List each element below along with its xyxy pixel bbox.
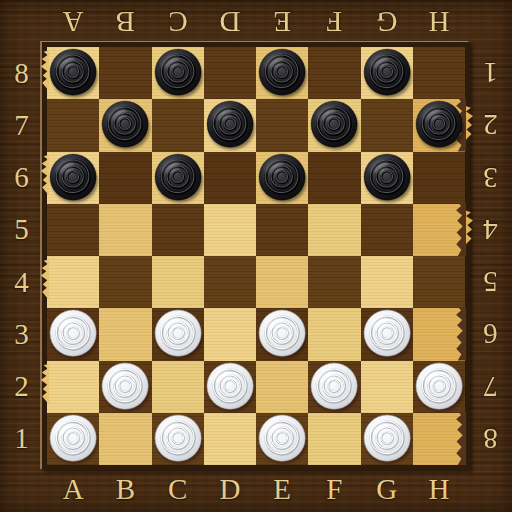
square-b3[interactable]	[99, 308, 151, 360]
square-d4[interactable]	[204, 256, 256, 308]
file-bottom-f: F	[308, 466, 360, 512]
square-c8[interactable]	[152, 47, 204, 99]
file-top-b: B	[99, 0, 151, 44]
square-f5[interactable]	[308, 204, 360, 256]
rank-left-5: 5	[0, 204, 43, 256]
square-d5[interactable]	[204, 204, 256, 256]
white-piece[interactable]	[256, 308, 308, 360]
white-piece[interactable]	[413, 361, 465, 413]
square-b2[interactable]	[99, 361, 151, 413]
square-g8[interactable]	[361, 47, 413, 99]
black-piece[interactable]	[152, 47, 204, 99]
square-h5[interactable]	[413, 204, 465, 256]
white-piece[interactable]	[152, 413, 204, 465]
file-top-d: D	[204, 0, 256, 44]
square-g4[interactable]	[361, 256, 413, 308]
square-c1[interactable]	[152, 413, 204, 465]
rank-right-2: 2	[469, 99, 512, 151]
rank-right-5: 5	[469, 256, 512, 308]
square-a2[interactable]	[47, 361, 99, 413]
black-piece[interactable]	[47, 47, 99, 99]
file-top-c: C	[152, 0, 204, 44]
file-top-h: H	[413, 0, 465, 44]
white-piece[interactable]	[99, 361, 151, 413]
black-piece[interactable]	[308, 99, 360, 151]
square-b5[interactable]	[99, 204, 151, 256]
black-piece[interactable]	[256, 47, 308, 99]
rank-right-6: 6	[469, 308, 512, 360]
square-h3[interactable]	[413, 308, 465, 360]
square-d3[interactable]	[204, 308, 256, 360]
black-piece[interactable]	[256, 152, 308, 204]
square-c5[interactable]	[152, 204, 204, 256]
square-b6[interactable]	[99, 152, 151, 204]
file-labels-bottom: ABCDEFGH	[47, 466, 465, 512]
square-a1[interactable]	[47, 413, 99, 465]
square-b1[interactable]	[99, 413, 151, 465]
rank-right-8: 8	[469, 413, 512, 465]
white-piece[interactable]	[361, 413, 413, 465]
square-g6[interactable]	[361, 152, 413, 204]
white-piece[interactable]	[361, 308, 413, 360]
square-e5[interactable]	[256, 204, 308, 256]
file-bottom-e: E	[256, 466, 308, 512]
file-top-e: E	[256, 0, 308, 44]
file-top-a: A	[47, 0, 99, 44]
rank-labels-right: 12345678	[469, 47, 512, 465]
square-h1[interactable]	[413, 413, 465, 465]
square-f3[interactable]	[308, 308, 360, 360]
file-top-f: F	[308, 0, 360, 44]
square-d6[interactable]	[204, 152, 256, 204]
white-piece[interactable]	[204, 361, 256, 413]
rank-right-3: 3	[469, 152, 512, 204]
square-b7[interactable]	[99, 99, 151, 151]
checkers-board-screen: ABCDEFGH 87654321 12345678 ABCDEFGH	[0, 0, 512, 512]
square-b8[interactable]	[99, 47, 151, 99]
square-d1[interactable]	[204, 413, 256, 465]
square-f6[interactable]	[308, 152, 360, 204]
square-a4[interactable]	[47, 256, 99, 308]
square-c3[interactable]	[152, 308, 204, 360]
rank-left-7: 7	[0, 99, 43, 151]
square-f1[interactable]	[308, 413, 360, 465]
square-g3[interactable]	[361, 308, 413, 360]
square-a6[interactable]	[47, 152, 99, 204]
rank-right-1: 1	[469, 47, 512, 99]
file-labels-top: ABCDEFGH	[47, 0, 465, 44]
square-h2[interactable]	[413, 361, 465, 413]
square-g5[interactable]	[361, 204, 413, 256]
file-bottom-c: C	[152, 466, 204, 512]
board-grid[interactable]	[47, 47, 465, 465]
square-e6[interactable]	[256, 152, 308, 204]
square-h4[interactable]	[413, 256, 465, 308]
square-d8[interactable]	[204, 47, 256, 99]
square-b4[interactable]	[99, 256, 151, 308]
file-bottom-a: A	[47, 466, 99, 512]
square-e4[interactable]	[256, 256, 308, 308]
square-h8[interactable]	[413, 47, 465, 99]
black-piece[interactable]	[152, 152, 204, 204]
square-a5[interactable]	[47, 204, 99, 256]
rank-left-1: 1	[0, 413, 43, 465]
square-e1[interactable]	[256, 413, 308, 465]
square-e2[interactable]	[256, 361, 308, 413]
rank-right-4: 4	[469, 204, 512, 256]
square-g7[interactable]	[361, 99, 413, 151]
file-bottom-h: H	[413, 466, 465, 512]
square-f7[interactable]	[308, 99, 360, 151]
square-e3[interactable]	[256, 308, 308, 360]
square-f4[interactable]	[308, 256, 360, 308]
rank-left-6: 6	[0, 152, 43, 204]
white-piece[interactable]	[152, 308, 204, 360]
black-piece[interactable]	[47, 152, 99, 204]
square-c2[interactable]	[152, 361, 204, 413]
square-d2[interactable]	[204, 361, 256, 413]
square-a3[interactable]	[47, 308, 99, 360]
black-piece[interactable]	[361, 152, 413, 204]
rank-labels-left: 87654321	[0, 47, 43, 465]
file-bottom-d: D	[204, 466, 256, 512]
square-e8[interactable]	[256, 47, 308, 99]
black-piece[interactable]	[413, 99, 465, 151]
black-piece[interactable]	[99, 99, 151, 151]
square-h6[interactable]	[413, 152, 465, 204]
square-g2[interactable]	[361, 361, 413, 413]
white-piece[interactable]	[308, 361, 360, 413]
rank-left-2: 2	[0, 361, 43, 413]
square-g1[interactable]	[361, 413, 413, 465]
file-top-g: G	[361, 0, 413, 44]
black-piece[interactable]	[361, 47, 413, 99]
square-c4[interactable]	[152, 256, 204, 308]
white-piece[interactable]	[256, 413, 308, 465]
file-bottom-g: G	[361, 466, 413, 512]
square-h7[interactable]	[413, 99, 465, 151]
square-c6[interactable]	[152, 152, 204, 204]
rank-right-7: 7	[469, 361, 512, 413]
square-e7[interactable]	[256, 99, 308, 151]
black-piece[interactable]	[204, 99, 256, 151]
square-d7[interactable]	[204, 99, 256, 151]
square-c7[interactable]	[152, 99, 204, 151]
file-bottom-b: B	[99, 466, 151, 512]
rank-left-8: 8	[0, 47, 43, 99]
rank-left-3: 3	[0, 308, 43, 360]
square-f2[interactable]	[308, 361, 360, 413]
square-a7[interactable]	[47, 99, 99, 151]
white-piece[interactable]	[47, 308, 99, 360]
rank-left-4: 4	[0, 256, 43, 308]
square-f8[interactable]	[308, 47, 360, 99]
square-a8[interactable]	[47, 47, 99, 99]
white-piece[interactable]	[47, 413, 99, 465]
